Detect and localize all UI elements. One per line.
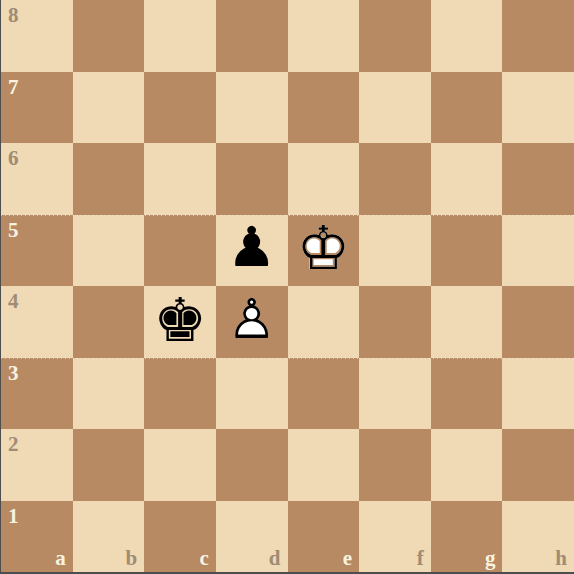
square-c5[interactable]: [144, 215, 216, 287]
white-king-piece[interactable]: ♚♔: [288, 215, 360, 287]
square-d7[interactable]: [216, 72, 288, 144]
square-b4[interactable]: [73, 286, 145, 358]
square-c4[interactable]: ♚: [144, 286, 216, 358]
square-a6[interactable]: 6: [1, 143, 73, 215]
black-king-piece[interactable]: ♚: [144, 286, 216, 358]
square-c2[interactable]: [144, 429, 216, 501]
square-b5[interactable]: [73, 215, 145, 287]
piece-glyph: ♚: [153, 289, 207, 349]
piece-outline-glyph: ♔: [296, 218, 350, 278]
square-b2[interactable]: [73, 429, 145, 501]
square-a2[interactable]: 2: [1, 429, 73, 501]
square-e5[interactable]: ♚♔: [288, 215, 360, 287]
file-label-b: b: [126, 548, 138, 569]
square-a5[interactable]: 5: [1, 215, 73, 287]
square-g6[interactable]: [431, 143, 503, 215]
file-label-f: f: [417, 548, 424, 569]
square-h6[interactable]: [502, 143, 574, 215]
square-e4[interactable]: [288, 286, 360, 358]
square-c1[interactable]: c: [144, 501, 216, 573]
square-g4[interactable]: [431, 286, 503, 358]
square-d3[interactable]: [216, 358, 288, 430]
square-b3[interactable]: [73, 358, 145, 430]
square-f1[interactable]: f: [359, 501, 431, 573]
square-a7[interactable]: 7: [1, 72, 73, 144]
square-e6[interactable]: [288, 143, 360, 215]
file-label-d: d: [269, 548, 281, 569]
piece-outline-glyph: ♙: [227, 292, 276, 347]
square-f3[interactable]: [359, 358, 431, 430]
rank-label-4: 4: [8, 291, 19, 312]
square-g7[interactable]: [431, 72, 503, 144]
square-d4[interactable]: ♟♙: [216, 286, 288, 358]
file-label-h: h: [555, 548, 567, 569]
square-f6[interactable]: [359, 143, 431, 215]
square-h2[interactable]: [502, 429, 574, 501]
square-f8[interactable]: [359, 0, 431, 72]
square-e1[interactable]: e: [288, 501, 360, 573]
square-e2[interactable]: [288, 429, 360, 501]
square-a8[interactable]: 8: [1, 0, 73, 72]
piece-glyph: ♟: [227, 221, 276, 276]
black-pawn-piece[interactable]: ♟: [216, 215, 288, 287]
rank-label-8: 8: [8, 5, 19, 26]
square-d1[interactable]: d: [216, 501, 288, 573]
rank-label-2: 2: [8, 434, 19, 455]
square-b8[interactable]: [73, 0, 145, 72]
square-c7[interactable]: [144, 72, 216, 144]
rank-label-5: 5: [8, 220, 19, 241]
square-d6[interactable]: [216, 143, 288, 215]
square-h3[interactable]: [502, 358, 574, 430]
square-c6[interactable]: [144, 143, 216, 215]
square-b7[interactable]: [73, 72, 145, 144]
square-g3[interactable]: [431, 358, 503, 430]
square-f7[interactable]: [359, 72, 431, 144]
rank-label-3: 3: [8, 363, 19, 384]
square-e7[interactable]: [288, 72, 360, 144]
square-a4[interactable]: 4: [1, 286, 73, 358]
square-a3[interactable]: 3: [1, 358, 73, 430]
square-d8[interactable]: [216, 0, 288, 72]
rank-label-1: 1: [8, 506, 19, 527]
square-d5[interactable]: ♟: [216, 215, 288, 287]
rank-label-7: 7: [8, 77, 19, 98]
square-g2[interactable]: [431, 429, 503, 501]
file-label-c: c: [200, 548, 209, 569]
square-f4[interactable]: [359, 286, 431, 358]
square-e3[interactable]: [288, 358, 360, 430]
square-c8[interactable]: [144, 0, 216, 72]
square-d2[interactable]: [216, 429, 288, 501]
square-c3[interactable]: [144, 358, 216, 430]
square-a1[interactable]: 1a: [1, 501, 73, 573]
file-label-e: e: [343, 548, 352, 569]
file-label-a: a: [55, 548, 66, 569]
square-f5[interactable]: [359, 215, 431, 287]
chess-board: 8765♟♚♔4♚♟♙321abcdefgh: [0, 0, 574, 574]
square-h5[interactable]: [502, 215, 574, 287]
square-g5[interactable]: [431, 215, 503, 287]
square-h8[interactable]: [502, 0, 574, 72]
square-g1[interactable]: g: [431, 501, 503, 573]
square-g8[interactable]: [431, 0, 503, 72]
square-f2[interactable]: [359, 429, 431, 501]
square-b1[interactable]: b: [73, 501, 145, 573]
file-label-g: g: [485, 548, 496, 569]
square-h7[interactable]: [502, 72, 574, 144]
square-h1[interactable]: h: [502, 501, 574, 573]
rank-label-6: 6: [8, 148, 19, 169]
square-e8[interactable]: [288, 0, 360, 72]
white-pawn-piece[interactable]: ♟♙: [216, 286, 288, 358]
square-h4[interactable]: [502, 286, 574, 358]
square-b6[interactable]: [73, 143, 145, 215]
